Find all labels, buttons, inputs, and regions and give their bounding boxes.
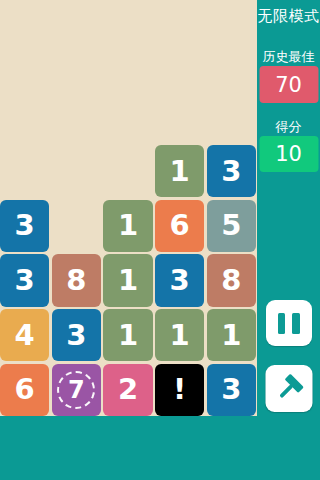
best-score-value: 70 [259,66,318,103]
tile-value: 3 [170,266,190,295]
tile-8-r2c1[interactable]: 8 [52,254,101,306]
tile-value: 8 [221,266,241,295]
tile-value: 3 [221,375,241,404]
tile-6-r4c0[interactable]: 6 [0,364,49,416]
tile-8-r2c4[interactable]: 8 [207,254,256,306]
tile-5-r1c4[interactable]: 5 [207,200,256,252]
tile-value: 6 [170,211,190,240]
tile-value: 3 [15,266,35,295]
tile-value: ! [173,375,186,404]
tile-value: 5 [221,211,241,240]
tile-value: 4 [15,321,35,350]
score-label: 得分 [257,118,320,136]
best-score-label: 历史最佳 [257,48,320,66]
tile-3-r0c4[interactable]: 3 [207,145,256,197]
game-screen: 1331653813843111672!3 无限模式 历史最佳 70 得分 10 [0,0,320,480]
tile-value: 1 [118,211,138,240]
board[interactable]: 1331653813843111672!3 [0,145,256,416]
tile-3-r1c0[interactable]: 3 [0,200,49,252]
tile-3-r3c1[interactable]: 3 [52,309,101,361]
tile-value: 1 [221,321,241,350]
tile-6-r1c3[interactable]: 6 [155,200,204,252]
playfield[interactable]: 1331653813843111672!3 [0,0,257,416]
pause-icon [278,313,300,334]
tile-3-r4c4[interactable]: 3 [207,364,256,416]
sidebar: 无限模式 历史最佳 70 得分 10 [257,0,320,480]
tile-2-r4c2[interactable]: 2 [103,364,152,416]
tile-7-r4c1[interactable]: 7 [52,364,101,416]
tile-value: 1 [170,321,190,350]
tile-value: 3 [221,157,241,186]
tile-4-r3c0[interactable]: 4 [0,309,49,361]
tile-value: 8 [66,266,86,295]
tile-mystery-r4c3[interactable]: ! [155,364,204,416]
hammer-button[interactable] [265,365,312,412]
pause-button[interactable] [266,300,312,346]
score-value: 10 [259,136,318,172]
tile-value: 6 [15,375,35,404]
tile-3-r2c3[interactable]: 3 [155,254,204,306]
tile-value: 1 [118,266,138,295]
dashed-ring-icon [57,371,95,409]
tile-value: 2 [118,375,138,404]
tile-1-r3c4[interactable]: 1 [207,309,256,361]
tile-1-r3c3[interactable]: 1 [155,309,204,361]
tile-value: 1 [170,157,190,186]
tile-value: 3 [15,211,35,240]
tile-1-r2c2[interactable]: 1 [103,254,152,306]
tile-1-r3c2[interactable]: 1 [103,309,152,361]
tile-value: 3 [66,321,86,350]
tile-value: 1 [118,321,138,350]
tile-3-r2c0[interactable]: 3 [0,254,49,306]
tile-1-r1c2[interactable]: 1 [103,200,152,252]
mode-title: 无限模式 [257,7,320,26]
tile-1-r0c3[interactable]: 1 [155,145,204,197]
hammer-icon [273,373,304,404]
